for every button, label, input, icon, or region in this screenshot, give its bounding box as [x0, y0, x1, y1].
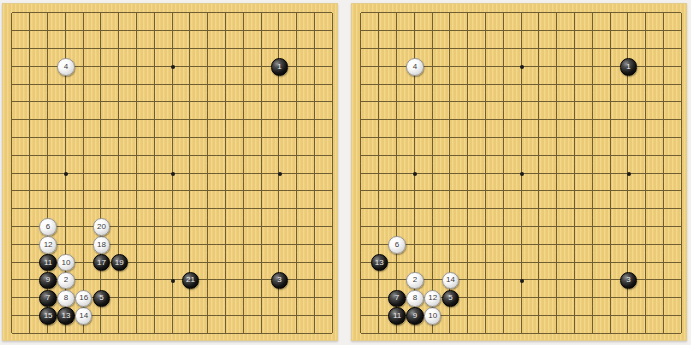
intersection[interactable]	[459, 93, 477, 111]
intersection[interactable]	[352, 307, 370, 325]
intersection[interactable]	[306, 182, 324, 200]
intersection[interactable]	[583, 22, 601, 40]
intersection[interactable]	[217, 75, 235, 93]
intersection[interactable]	[145, 146, 163, 164]
intersection[interactable]	[270, 4, 288, 22]
intersection[interactable]	[306, 253, 324, 271]
intersection[interactable]	[441, 4, 459, 22]
intersection[interactable]	[92, 182, 110, 200]
intersection[interactable]	[637, 57, 655, 75]
intersection[interactable]	[672, 57, 687, 75]
intersection[interactable]	[352, 40, 370, 58]
intersection[interactable]	[583, 75, 601, 93]
intersection[interactable]	[306, 75, 324, 93]
intersection[interactable]	[512, 324, 530, 341]
intersection[interactable]	[181, 307, 199, 325]
intersection[interactable]	[388, 324, 406, 341]
intersection[interactable]	[388, 75, 406, 93]
intersection[interactable]	[323, 40, 338, 58]
intersection[interactable]	[548, 289, 566, 307]
intersection[interactable]	[601, 57, 619, 75]
intersection[interactable]	[128, 235, 146, 253]
intersection[interactable]	[619, 324, 637, 341]
intersection[interactable]	[252, 307, 270, 325]
intersection[interactable]	[270, 93, 288, 111]
intersection[interactable]	[145, 75, 163, 93]
intersection[interactable]	[21, 40, 39, 58]
intersection[interactable]	[672, 218, 687, 236]
intersection[interactable]	[583, 4, 601, 22]
intersection[interactable]	[512, 289, 530, 307]
intersection[interactable]	[405, 4, 423, 22]
intersection[interactable]	[405, 200, 423, 218]
intersection[interactable]	[306, 218, 324, 236]
intersection[interactable]	[672, 271, 687, 289]
intersection[interactable]	[672, 235, 687, 253]
intersection[interactable]	[459, 200, 477, 218]
intersection[interactable]	[39, 75, 57, 93]
intersection[interactable]	[388, 146, 406, 164]
intersection[interactable]	[370, 235, 388, 253]
intersection[interactable]	[459, 57, 477, 75]
intersection[interactable]	[270, 182, 288, 200]
intersection[interactable]	[672, 4, 687, 22]
intersection[interactable]	[637, 164, 655, 182]
intersection[interactable]	[74, 253, 92, 271]
intersection[interactable]	[619, 146, 637, 164]
intersection[interactable]	[217, 324, 235, 341]
intersection[interactable]	[655, 200, 673, 218]
intersection[interactable]	[217, 235, 235, 253]
intersection[interactable]	[3, 22, 21, 40]
intersection[interactable]	[637, 307, 655, 325]
intersection[interactable]	[217, 57, 235, 75]
intersection[interactable]	[288, 75, 306, 93]
intersection[interactable]	[441, 324, 459, 341]
intersection[interactable]	[566, 146, 584, 164]
intersection[interactable]	[199, 289, 217, 307]
intersection[interactable]	[512, 129, 530, 147]
intersection[interactable]	[459, 4, 477, 22]
intersection[interactable]	[3, 111, 21, 129]
intersection[interactable]	[110, 289, 128, 307]
intersection[interactable]	[181, 253, 199, 271]
intersection[interactable]	[512, 218, 530, 236]
intersection[interactable]	[217, 4, 235, 22]
intersection[interactable]	[370, 218, 388, 236]
intersection[interactable]	[199, 218, 217, 236]
intersection[interactable]	[494, 22, 512, 40]
intersection[interactable]	[459, 271, 477, 289]
intersection[interactable]	[672, 22, 687, 40]
intersection[interactable]	[459, 146, 477, 164]
intersection[interactable]	[92, 22, 110, 40]
intersection[interactable]	[423, 111, 441, 129]
intersection[interactable]	[234, 307, 252, 325]
intersection[interactable]	[252, 129, 270, 147]
intersection[interactable]	[548, 40, 566, 58]
intersection[interactable]	[92, 129, 110, 147]
intersection[interactable]	[74, 182, 92, 200]
intersection[interactable]	[288, 307, 306, 325]
intersection[interactable]	[352, 182, 370, 200]
intersection[interactable]	[252, 22, 270, 40]
intersection[interactable]	[637, 146, 655, 164]
intersection[interactable]	[477, 75, 495, 93]
intersection[interactable]	[477, 182, 495, 200]
intersection[interactable]	[672, 146, 687, 164]
intersection[interactable]	[370, 75, 388, 93]
intersection[interactable]	[672, 289, 687, 307]
intersection[interactable]	[39, 146, 57, 164]
intersection[interactable]	[234, 218, 252, 236]
intersection[interactable]	[39, 200, 57, 218]
intersection[interactable]	[637, 22, 655, 40]
intersection[interactable]	[637, 200, 655, 218]
intersection[interactable]	[163, 253, 181, 271]
intersection[interactable]	[370, 22, 388, 40]
intersection[interactable]	[637, 93, 655, 111]
intersection[interactable]	[388, 218, 406, 236]
intersection[interactable]	[128, 129, 146, 147]
intersection[interactable]	[352, 129, 370, 147]
intersection[interactable]	[548, 4, 566, 22]
intersection[interactable]	[672, 324, 687, 341]
intersection[interactable]	[3, 324, 21, 341]
intersection[interactable]	[128, 146, 146, 164]
intersection[interactable]	[217, 40, 235, 58]
intersection[interactable]	[3, 253, 21, 271]
intersection[interactable]	[3, 235, 21, 253]
intersection[interactable]	[637, 4, 655, 22]
intersection[interactable]	[566, 289, 584, 307]
intersection[interactable]	[56, 93, 74, 111]
intersection[interactable]	[288, 324, 306, 341]
intersection[interactable]	[583, 57, 601, 75]
intersection[interactable]	[252, 182, 270, 200]
intersection[interactable]	[181, 235, 199, 253]
intersection[interactable]	[56, 129, 74, 147]
intersection[interactable]	[441, 129, 459, 147]
intersection[interactable]	[39, 93, 57, 111]
intersection[interactable]	[477, 289, 495, 307]
intersection[interactable]	[128, 75, 146, 93]
intersection[interactable]	[306, 22, 324, 40]
intersection[interactable]	[110, 200, 128, 218]
intersection[interactable]	[21, 218, 39, 236]
intersection[interactable]	[323, 146, 338, 164]
intersection[interactable]	[601, 22, 619, 40]
intersection[interactable]	[477, 218, 495, 236]
intersection[interactable]	[530, 93, 548, 111]
intersection[interactable]	[494, 218, 512, 236]
intersection[interactable]	[56, 75, 74, 93]
intersection[interactable]	[270, 75, 288, 93]
intersection[interactable]	[234, 4, 252, 22]
intersection[interactable]	[548, 129, 566, 147]
intersection[interactable]	[199, 4, 217, 22]
intersection[interactable]	[619, 22, 637, 40]
intersection[interactable]	[74, 146, 92, 164]
intersection[interactable]	[3, 289, 21, 307]
intersection[interactable]	[494, 146, 512, 164]
intersection[interactable]	[530, 200, 548, 218]
intersection[interactable]	[306, 4, 324, 22]
intersection[interactable]	[21, 253, 39, 271]
intersection[interactable]	[181, 75, 199, 93]
intersection[interactable]	[3, 129, 21, 147]
intersection[interactable]	[566, 22, 584, 40]
intersection[interactable]	[370, 111, 388, 129]
intersection[interactable]	[252, 57, 270, 75]
intersection[interactable]	[530, 22, 548, 40]
intersection[interactable]	[110, 40, 128, 58]
intersection[interactable]	[3, 218, 21, 236]
intersection[interactable]	[145, 182, 163, 200]
intersection[interactable]	[181, 164, 199, 182]
intersection[interactable]	[199, 93, 217, 111]
intersection[interactable]	[566, 324, 584, 341]
intersection[interactable]	[3, 57, 21, 75]
intersection[interactable]	[352, 289, 370, 307]
intersection[interactable]	[566, 307, 584, 325]
intersection[interactable]	[145, 218, 163, 236]
intersection[interactable]	[39, 164, 57, 182]
intersection[interactable]	[405, 235, 423, 253]
intersection[interactable]	[583, 111, 601, 129]
intersection[interactable]	[530, 164, 548, 182]
intersection[interactable]	[566, 182, 584, 200]
intersection[interactable]	[92, 57, 110, 75]
intersection[interactable]	[548, 111, 566, 129]
intersection[interactable]	[370, 289, 388, 307]
intersection[interactable]	[128, 4, 146, 22]
intersection[interactable]	[288, 182, 306, 200]
intersection[interactable]	[512, 235, 530, 253]
intersection[interactable]	[494, 4, 512, 22]
intersection[interactable]	[21, 129, 39, 147]
intersection[interactable]	[181, 182, 199, 200]
intersection[interactable]	[423, 253, 441, 271]
intersection[interactable]	[530, 182, 548, 200]
intersection[interactable]	[74, 218, 92, 236]
intersection[interactable]	[323, 57, 338, 75]
intersection[interactable]	[352, 75, 370, 93]
intersection[interactable]	[566, 40, 584, 58]
intersection[interactable]	[672, 253, 687, 271]
intersection[interactable]	[441, 146, 459, 164]
intersection[interactable]	[92, 4, 110, 22]
intersection[interactable]	[163, 182, 181, 200]
intersection[interactable]	[352, 164, 370, 182]
intersection[interactable]	[56, 146, 74, 164]
intersection[interactable]	[655, 253, 673, 271]
intersection[interactable]	[252, 271, 270, 289]
intersection[interactable]	[566, 253, 584, 271]
intersection[interactable]	[548, 164, 566, 182]
intersection[interactable]	[270, 218, 288, 236]
intersection[interactable]	[655, 324, 673, 341]
intersection[interactable]	[217, 22, 235, 40]
intersection[interactable]	[21, 4, 39, 22]
intersection[interactable]	[441, 93, 459, 111]
intersection[interactable]	[39, 57, 57, 75]
intersection[interactable]	[477, 22, 495, 40]
intersection[interactable]	[459, 289, 477, 307]
intersection[interactable]	[619, 93, 637, 111]
intersection[interactable]	[672, 75, 687, 93]
intersection[interactable]	[234, 182, 252, 200]
intersection[interactable]	[252, 289, 270, 307]
intersection[interactable]	[672, 93, 687, 111]
intersection[interactable]	[352, 4, 370, 22]
intersection[interactable]	[74, 40, 92, 58]
intersection[interactable]	[494, 129, 512, 147]
intersection[interactable]	[477, 40, 495, 58]
intersection[interactable]	[145, 200, 163, 218]
intersection[interactable]	[494, 75, 512, 93]
intersection[interactable]	[637, 324, 655, 341]
intersection[interactable]	[619, 200, 637, 218]
intersection[interactable]	[494, 93, 512, 111]
intersection[interactable]	[234, 253, 252, 271]
intersection[interactable]	[494, 40, 512, 58]
intersection[interactable]	[252, 324, 270, 341]
intersection[interactable]	[530, 57, 548, 75]
intersection[interactable]	[441, 307, 459, 325]
intersection[interactable]	[163, 146, 181, 164]
intersection[interactable]	[199, 307, 217, 325]
intersection[interactable]	[619, 307, 637, 325]
intersection[interactable]	[619, 218, 637, 236]
intersection[interactable]	[388, 129, 406, 147]
intersection[interactable]	[3, 182, 21, 200]
intersection[interactable]	[234, 93, 252, 111]
intersection[interactable]	[181, 4, 199, 22]
intersection[interactable]	[370, 164, 388, 182]
intersection[interactable]	[512, 40, 530, 58]
intersection[interactable]	[217, 289, 235, 307]
intersection[interactable]	[637, 111, 655, 129]
intersection[interactable]	[110, 93, 128, 111]
intersection[interactable]	[370, 129, 388, 147]
intersection[interactable]	[352, 146, 370, 164]
intersection[interactable]	[252, 200, 270, 218]
intersection[interactable]	[655, 307, 673, 325]
intersection[interactable]	[74, 235, 92, 253]
intersection[interactable]	[655, 75, 673, 93]
intersection[interactable]	[388, 57, 406, 75]
intersection[interactable]	[288, 253, 306, 271]
intersection[interactable]	[270, 289, 288, 307]
intersection[interactable]	[477, 253, 495, 271]
intersection[interactable]	[21, 182, 39, 200]
intersection[interactable]	[512, 146, 530, 164]
intersection[interactable]	[323, 235, 338, 253]
intersection[interactable]	[181, 218, 199, 236]
intersection[interactable]	[548, 182, 566, 200]
intersection[interactable]	[441, 40, 459, 58]
intersection[interactable]	[92, 164, 110, 182]
intersection[interactable]	[145, 93, 163, 111]
intersection[interactable]	[512, 253, 530, 271]
intersection[interactable]	[423, 182, 441, 200]
intersection[interactable]	[477, 129, 495, 147]
intersection[interactable]	[548, 200, 566, 218]
intersection[interactable]	[655, 218, 673, 236]
intersection[interactable]	[548, 146, 566, 164]
intersection[interactable]	[566, 271, 584, 289]
intersection[interactable]	[110, 218, 128, 236]
intersection[interactable]	[288, 111, 306, 129]
intersection[interactable]	[548, 218, 566, 236]
intersection[interactable]	[323, 218, 338, 236]
intersection[interactable]	[234, 129, 252, 147]
intersection[interactable]	[370, 307, 388, 325]
intersection[interactable]	[199, 129, 217, 147]
intersection[interactable]	[601, 164, 619, 182]
intersection[interactable]	[110, 111, 128, 129]
intersection[interactable]	[423, 129, 441, 147]
intersection[interactable]	[128, 200, 146, 218]
intersection[interactable]	[388, 4, 406, 22]
intersection[interactable]	[21, 57, 39, 75]
intersection[interactable]	[548, 324, 566, 341]
intersection[interactable]	[163, 22, 181, 40]
intersection[interactable]	[548, 235, 566, 253]
intersection[interactable]	[145, 307, 163, 325]
intersection[interactable]	[128, 40, 146, 58]
intersection[interactable]	[92, 271, 110, 289]
intersection[interactable]	[181, 111, 199, 129]
intersection[interactable]	[234, 75, 252, 93]
intersection[interactable]	[110, 324, 128, 341]
intersection[interactable]	[388, 164, 406, 182]
intersection[interactable]	[21, 271, 39, 289]
intersection[interactable]	[566, 129, 584, 147]
intersection[interactable]	[548, 57, 566, 75]
intersection[interactable]	[388, 200, 406, 218]
intersection[interactable]	[3, 271, 21, 289]
intersection[interactable]	[477, 200, 495, 218]
intersection[interactable]	[21, 111, 39, 129]
intersection[interactable]	[672, 307, 687, 325]
intersection[interactable]	[234, 235, 252, 253]
intersection[interactable]	[270, 235, 288, 253]
intersection[interactable]	[323, 253, 338, 271]
intersection[interactable]	[163, 93, 181, 111]
intersection[interactable]	[234, 289, 252, 307]
intersection[interactable]	[583, 146, 601, 164]
intersection[interactable]	[441, 235, 459, 253]
intersection[interactable]	[181, 22, 199, 40]
intersection[interactable]	[512, 93, 530, 111]
intersection[interactable]	[512, 22, 530, 40]
intersection[interactable]	[601, 93, 619, 111]
intersection[interactable]	[566, 4, 584, 22]
intersection[interactable]	[252, 4, 270, 22]
intersection[interactable]	[145, 129, 163, 147]
intersection[interactable]	[655, 111, 673, 129]
intersection[interactable]	[459, 307, 477, 325]
intersection[interactable]	[619, 289, 637, 307]
intersection[interactable]	[145, 111, 163, 129]
intersection[interactable]	[672, 40, 687, 58]
intersection[interactable]	[234, 22, 252, 40]
intersection[interactable]	[405, 324, 423, 341]
intersection[interactable]	[352, 57, 370, 75]
intersection[interactable]	[530, 4, 548, 22]
